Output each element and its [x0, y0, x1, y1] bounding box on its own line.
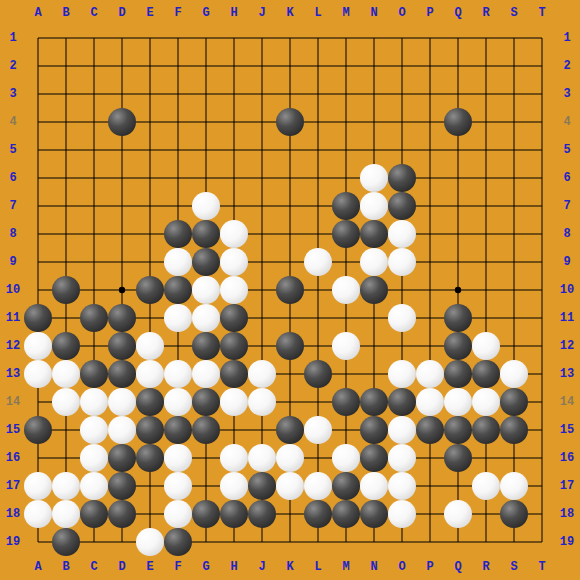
row-label-right-12: 12 [554, 338, 580, 354]
stone-black-E10[interactable] [136, 276, 164, 304]
stone-white-N6[interactable] [360, 164, 388, 192]
stone-black-M7[interactable] [332, 192, 360, 220]
stone-black-M8[interactable] [332, 220, 360, 248]
col-label-bottom-D: D [109, 559, 135, 575]
row-label-left-1: 1 [0, 30, 26, 46]
stone-black-F19[interactable] [164, 528, 192, 556]
stone-white-H14[interactable] [220, 388, 248, 416]
row-label-left-19: 19 [0, 534, 26, 550]
stone-black-S15[interactable] [500, 416, 528, 444]
stone-black-D17[interactable] [108, 472, 136, 500]
row-label-right-18: 18 [554, 506, 580, 522]
col-label-bottom-R: R [473, 559, 499, 575]
row-label-left-13: 13 [0, 366, 26, 382]
row-label-left-4: 4 [0, 114, 26, 130]
col-label-bottom-B: B [53, 559, 79, 575]
stone-white-C16[interactable] [80, 444, 108, 472]
stone-white-O11[interactable] [388, 304, 416, 332]
stone-white-J13[interactable] [248, 360, 276, 388]
col-label-top-A: A [25, 5, 51, 21]
row-label-left-18: 18 [0, 506, 26, 522]
col-label-bottom-E: E [137, 559, 163, 575]
stone-white-A12[interactable] [24, 332, 52, 360]
col-label-top-G: G [193, 5, 219, 21]
stone-black-R15[interactable] [472, 416, 500, 444]
stone-black-Q4[interactable] [444, 108, 472, 136]
stone-black-Q16[interactable] [444, 444, 472, 472]
row-label-left-11: 11 [0, 310, 26, 326]
stone-black-M17[interactable] [332, 472, 360, 500]
stone-black-A15[interactable] [24, 416, 52, 444]
col-label-top-M: M [333, 5, 359, 21]
stone-black-Q15[interactable] [444, 416, 472, 444]
stone-white-F13[interactable] [164, 360, 192, 388]
stone-black-N18[interactable] [360, 500, 388, 528]
stone-white-N9[interactable] [360, 248, 388, 276]
stone-black-B19[interactable] [52, 528, 80, 556]
row-label-left-6: 6 [0, 170, 26, 186]
col-label-bottom-S: S [501, 559, 527, 575]
stone-black-N10[interactable] [360, 276, 388, 304]
row-label-left-9: 9 [0, 254, 26, 270]
stone-black-O6[interactable] [388, 164, 416, 192]
stone-black-D4[interactable] [108, 108, 136, 136]
stone-black-Q13[interactable] [444, 360, 472, 388]
stone-white-K17[interactable] [276, 472, 304, 500]
row-label-right-11: 11 [554, 310, 580, 326]
stone-white-O8[interactable] [388, 220, 416, 248]
stone-black-N14[interactable] [360, 388, 388, 416]
stone-black-H18[interactable] [220, 500, 248, 528]
stone-black-G12[interactable] [192, 332, 220, 360]
stone-black-N16[interactable] [360, 444, 388, 472]
stone-black-K10[interactable] [276, 276, 304, 304]
stone-white-J16[interactable] [248, 444, 276, 472]
stone-white-S17[interactable] [500, 472, 528, 500]
stone-black-D16[interactable] [108, 444, 136, 472]
stone-white-G7[interactable] [192, 192, 220, 220]
stone-black-E16[interactable] [136, 444, 164, 472]
row-label-right-4: 4 [554, 114, 580, 130]
row-label-right-5: 5 [554, 142, 580, 158]
stone-white-L17[interactable] [304, 472, 332, 500]
stone-black-J17[interactable] [248, 472, 276, 500]
stone-black-L13[interactable] [304, 360, 332, 388]
row-label-right-7: 7 [554, 198, 580, 214]
stone-white-J14[interactable] [248, 388, 276, 416]
stone-white-M10[interactable] [332, 276, 360, 304]
stone-white-F14[interactable] [164, 388, 192, 416]
stone-white-C17[interactable] [80, 472, 108, 500]
row-label-left-2: 2 [0, 58, 26, 74]
stone-white-A18[interactable] [24, 500, 52, 528]
stone-black-K12[interactable] [276, 332, 304, 360]
stone-white-N7[interactable] [360, 192, 388, 220]
stone-black-G8[interactable] [192, 220, 220, 248]
stone-white-R12[interactable] [472, 332, 500, 360]
stone-black-J18[interactable] [248, 500, 276, 528]
row-label-right-1: 1 [554, 30, 580, 46]
col-label-top-O: O [389, 5, 415, 21]
stone-black-K15[interactable] [276, 416, 304, 444]
stone-white-N17[interactable] [360, 472, 388, 500]
col-label-top-F: F [165, 5, 191, 21]
col-label-top-Q: Q [445, 5, 471, 21]
stone-white-L15[interactable] [304, 416, 332, 444]
stone-black-O14[interactable] [388, 388, 416, 416]
stone-white-O13[interactable] [388, 360, 416, 388]
col-label-bottom-K: K [277, 559, 303, 575]
stone-white-K16[interactable] [276, 444, 304, 472]
row-label-right-13: 13 [554, 366, 580, 382]
stone-black-G15[interactable] [192, 416, 220, 444]
col-label-bottom-J: J [249, 559, 275, 575]
row-label-left-12: 12 [0, 338, 26, 354]
stone-white-O15[interactable] [388, 416, 416, 444]
stone-white-F9[interactable] [164, 248, 192, 276]
stone-black-H11[interactable] [220, 304, 248, 332]
stone-white-P14[interactable] [416, 388, 444, 416]
col-label-bottom-N: N [361, 559, 387, 575]
col-label-bottom-F: F [165, 559, 191, 575]
stone-white-B13[interactable] [52, 360, 80, 388]
stone-black-Q12[interactable] [444, 332, 472, 360]
col-label-top-S: S [501, 5, 527, 21]
row-label-right-2: 2 [554, 58, 580, 74]
stone-black-C13[interactable] [80, 360, 108, 388]
star-point-Q10 [455, 287, 461, 293]
stone-white-H16[interactable] [220, 444, 248, 472]
stone-white-F18[interactable] [164, 500, 192, 528]
stone-black-D13[interactable] [108, 360, 136, 388]
col-label-bottom-H: H [221, 559, 247, 575]
stone-black-G18[interactable] [192, 500, 220, 528]
row-label-left-15: 15 [0, 422, 26, 438]
row-label-right-6: 6 [554, 170, 580, 186]
stone-black-B12[interactable] [52, 332, 80, 360]
stone-white-H10[interactable] [220, 276, 248, 304]
stone-black-D18[interactable] [108, 500, 136, 528]
row-label-right-10: 10 [554, 282, 580, 298]
stone-black-H13[interactable] [220, 360, 248, 388]
col-label-top-H: H [221, 5, 247, 21]
stone-black-F15[interactable] [164, 416, 192, 444]
stone-white-G13[interactable] [192, 360, 220, 388]
stone-white-Q18[interactable] [444, 500, 472, 528]
col-label-top-K: K [277, 5, 303, 21]
stone-white-F17[interactable] [164, 472, 192, 500]
stone-black-F8[interactable] [164, 220, 192, 248]
stone-black-D11[interactable] [108, 304, 136, 332]
stone-white-O9[interactable] [388, 248, 416, 276]
stone-white-O17[interactable] [388, 472, 416, 500]
stone-black-L18[interactable] [304, 500, 332, 528]
stone-black-K4[interactable] [276, 108, 304, 136]
stone-white-D15[interactable] [108, 416, 136, 444]
col-label-top-P: P [417, 5, 443, 21]
stone-black-N8[interactable] [360, 220, 388, 248]
stone-white-E19[interactable] [136, 528, 164, 556]
stone-black-A11[interactable] [24, 304, 52, 332]
stone-white-A17[interactable] [24, 472, 52, 500]
row-label-right-9: 9 [554, 254, 580, 270]
col-label-top-C: C [81, 5, 107, 21]
stone-white-R17[interactable] [472, 472, 500, 500]
stone-white-P13[interactable] [416, 360, 444, 388]
stone-white-M12[interactable] [332, 332, 360, 360]
row-label-right-15: 15 [554, 422, 580, 438]
stone-white-O18[interactable] [388, 500, 416, 528]
col-label-bottom-G: G [193, 559, 219, 575]
row-label-left-17: 17 [0, 478, 26, 494]
row-label-left-5: 5 [0, 142, 26, 158]
stone-black-E14[interactable] [136, 388, 164, 416]
row-label-right-14: 14 [554, 394, 580, 410]
stone-black-C11[interactable] [80, 304, 108, 332]
stone-black-C18[interactable] [80, 500, 108, 528]
stone-black-G14[interactable] [192, 388, 220, 416]
stone-white-C14[interactable] [80, 388, 108, 416]
stone-white-B14[interactable] [52, 388, 80, 416]
col-label-top-E: E [137, 5, 163, 21]
stone-white-B18[interactable] [52, 500, 80, 528]
stone-black-O7[interactable] [388, 192, 416, 220]
row-label-left-14: 14 [0, 394, 26, 410]
col-label-bottom-M: M [333, 559, 359, 575]
stone-white-H17[interactable] [220, 472, 248, 500]
stone-black-S14[interactable] [500, 388, 528, 416]
col-label-top-T: T [529, 5, 555, 21]
stone-white-B17[interactable] [52, 472, 80, 500]
stone-white-D14[interactable] [108, 388, 136, 416]
star-point-D10 [119, 287, 125, 293]
row-label-left-7: 7 [0, 198, 26, 214]
stone-black-M14[interactable] [332, 388, 360, 416]
col-label-top-R: R [473, 5, 499, 21]
stone-black-R13[interactable] [472, 360, 500, 388]
col-label-bottom-O: O [389, 559, 415, 575]
col-label-top-L: L [305, 5, 331, 21]
stone-white-L9[interactable] [304, 248, 332, 276]
go-board-app: AABBCCDDEEFFGGHHJJKKLLMMNNOOPPQQRRSSTT11… [0, 0, 580, 580]
row-label-left-10: 10 [0, 282, 26, 298]
row-label-right-17: 17 [554, 478, 580, 494]
row-label-right-3: 3 [554, 86, 580, 102]
stone-black-S18[interactable] [500, 500, 528, 528]
stone-black-G9[interactable] [192, 248, 220, 276]
col-label-bottom-P: P [417, 559, 443, 575]
stone-black-Q11[interactable] [444, 304, 472, 332]
stone-black-F10[interactable] [164, 276, 192, 304]
stone-white-O16[interactable] [388, 444, 416, 472]
row-label-right-16: 16 [554, 450, 580, 466]
col-label-top-N: N [361, 5, 387, 21]
row-label-left-3: 3 [0, 86, 26, 102]
stone-black-H12[interactable] [220, 332, 248, 360]
stone-white-M16[interactable] [332, 444, 360, 472]
stone-white-E12[interactable] [136, 332, 164, 360]
stone-black-B10[interactable] [52, 276, 80, 304]
col-label-bottom-L: L [305, 559, 331, 575]
row-label-right-19: 19 [554, 534, 580, 550]
stone-white-S13[interactable] [500, 360, 528, 388]
stone-white-H8[interactable] [220, 220, 248, 248]
stone-white-R14[interactable] [472, 388, 500, 416]
col-label-top-J: J [249, 5, 275, 21]
col-label-top-B: B [53, 5, 79, 21]
col-label-bottom-A: A [25, 559, 51, 575]
row-label-left-8: 8 [0, 226, 26, 242]
stone-white-H9[interactable] [220, 248, 248, 276]
stone-black-D12[interactable] [108, 332, 136, 360]
row-label-right-8: 8 [554, 226, 580, 242]
col-label-bottom-C: C [81, 559, 107, 575]
stone-white-E13[interactable] [136, 360, 164, 388]
stone-white-G11[interactable] [192, 304, 220, 332]
stone-white-C15[interactable] [80, 416, 108, 444]
stone-white-F11[interactable] [164, 304, 192, 332]
stone-white-G10[interactable] [192, 276, 220, 304]
stone-white-F16[interactable] [164, 444, 192, 472]
stone-black-E15[interactable] [136, 416, 164, 444]
stone-black-M18[interactable] [332, 500, 360, 528]
stone-white-A13[interactable] [24, 360, 52, 388]
stone-black-N15[interactable] [360, 416, 388, 444]
row-label-left-16: 16 [0, 450, 26, 466]
col-label-bottom-T: T [529, 559, 555, 575]
stone-black-P15[interactable] [416, 416, 444, 444]
col-label-top-D: D [109, 5, 135, 21]
col-label-bottom-Q: Q [445, 559, 471, 575]
stone-white-Q14[interactable] [444, 388, 472, 416]
